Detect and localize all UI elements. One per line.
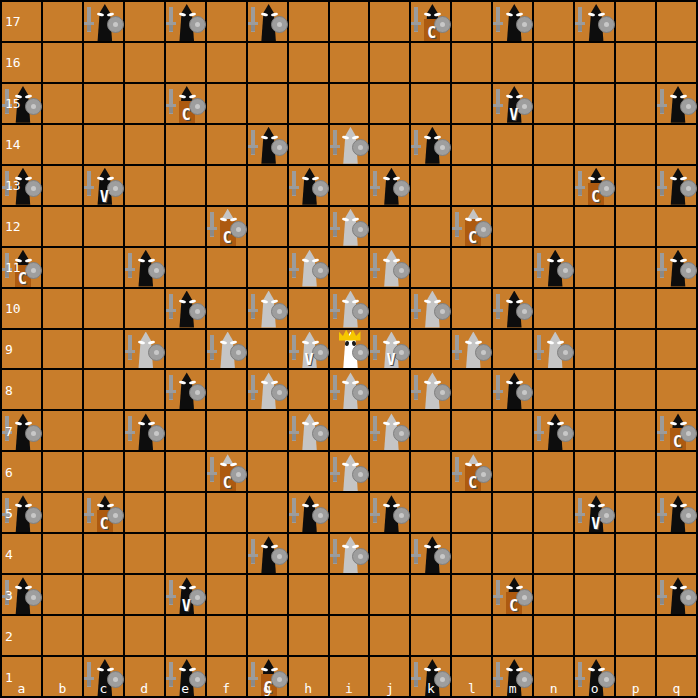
square-h13[interactable] (288, 165, 329, 206)
square-l14[interactable] (451, 124, 492, 165)
square-m11[interactable] (492, 247, 533, 288)
attacker[interactable] (289, 166, 328, 205)
square-i6[interactable] (329, 451, 370, 492)
square-k17[interactable]: C (410, 1, 451, 42)
square-o3[interactable] (574, 574, 615, 615)
square-a3[interactable]: 3 (1, 574, 42, 615)
square-f16[interactable] (206, 42, 247, 83)
square-o13[interactable]: C (574, 165, 615, 206)
square-e17[interactable] (165, 1, 206, 42)
square-p3[interactable] (615, 574, 656, 615)
square-i12[interactable] (329, 206, 370, 247)
square-f5[interactable] (206, 492, 247, 533)
square-l7[interactable] (451, 410, 492, 451)
attacker[interactable] (2, 493, 41, 532)
square-p15[interactable] (615, 83, 656, 124)
attacker[interactable] (166, 289, 205, 328)
square-j8[interactable] (369, 369, 410, 410)
attacker[interactable] (657, 493, 696, 532)
square-l8[interactable] (451, 369, 492, 410)
square-n2[interactable] (533, 615, 574, 656)
square-f4[interactable] (206, 533, 247, 574)
attacker-commander[interactable]: C (411, 2, 450, 41)
square-a13[interactable]: 13 (1, 165, 42, 206)
square-g4[interactable] (247, 533, 288, 574)
square-e12[interactable] (165, 206, 206, 247)
square-f6[interactable]: C (206, 451, 247, 492)
square-e5[interactable] (165, 492, 206, 533)
defender-commander[interactable]: C (452, 207, 491, 246)
square-b2[interactable] (42, 615, 83, 656)
square-c9[interactable] (83, 329, 124, 370)
square-o5[interactable]: V (574, 492, 615, 533)
square-e14[interactable] (165, 124, 206, 165)
square-c8[interactable] (83, 369, 124, 410)
square-p12[interactable] (615, 206, 656, 247)
square-b6[interactable] (42, 451, 83, 492)
defender-v-piece[interactable]: V (370, 330, 409, 369)
square-e1[interactable]: e (165, 656, 206, 697)
square-n13[interactable] (533, 165, 574, 206)
square-h4[interactable] (288, 533, 329, 574)
attacker[interactable] (166, 2, 205, 41)
attacker-v-piece[interactable]: V (84, 166, 123, 205)
defender[interactable] (370, 411, 409, 450)
square-d9[interactable] (124, 329, 165, 370)
defender[interactable] (330, 125, 369, 164)
attacker[interactable] (493, 657, 532, 696)
attacker[interactable] (657, 248, 696, 287)
defender[interactable] (289, 411, 328, 450)
square-l5[interactable] (451, 492, 492, 533)
square-b14[interactable] (42, 124, 83, 165)
defender[interactable] (289, 248, 328, 287)
square-q9[interactable] (656, 329, 697, 370)
square-l13[interactable] (451, 165, 492, 206)
square-h15[interactable] (288, 83, 329, 124)
square-b16[interactable] (42, 42, 83, 83)
square-q16[interactable] (656, 42, 697, 83)
square-q13[interactable] (656, 165, 697, 206)
square-m12[interactable] (492, 206, 533, 247)
square-g7[interactable] (247, 410, 288, 451)
square-f3[interactable] (206, 574, 247, 615)
square-f13[interactable] (206, 165, 247, 206)
square-l1[interactable]: l (451, 656, 492, 697)
attacker[interactable] (84, 657, 123, 696)
square-q14[interactable] (656, 124, 697, 165)
square-q3[interactable] (656, 574, 697, 615)
square-k4[interactable] (410, 533, 451, 574)
square-o17[interactable] (574, 1, 615, 42)
defender-commander[interactable]: C (452, 452, 491, 491)
square-i8[interactable] (329, 369, 370, 410)
square-q17[interactable] (656, 1, 697, 42)
square-c7[interactable] (83, 410, 124, 451)
square-h10[interactable] (288, 288, 329, 329)
attacker[interactable] (248, 534, 287, 573)
square-p1[interactable]: p (615, 656, 656, 697)
square-o15[interactable] (574, 83, 615, 124)
square-i13[interactable] (329, 165, 370, 206)
square-b13[interactable] (42, 165, 83, 206)
square-h6[interactable] (288, 451, 329, 492)
defender[interactable] (330, 534, 369, 573)
attacker[interactable] (370, 166, 409, 205)
square-c14[interactable] (83, 124, 124, 165)
square-k13[interactable] (410, 165, 451, 206)
attacker-commander[interactable]: C (493, 575, 532, 614)
square-g14[interactable] (247, 124, 288, 165)
square-j9[interactable]: V (369, 329, 410, 370)
square-f17[interactable] (206, 1, 247, 42)
square-g12[interactable] (247, 206, 288, 247)
square-p4[interactable] (615, 533, 656, 574)
square-d8[interactable] (124, 369, 165, 410)
square-e2[interactable] (165, 615, 206, 656)
square-q7[interactable]: C (656, 410, 697, 451)
square-k6[interactable] (410, 451, 451, 492)
square-h17[interactable] (288, 1, 329, 42)
square-o11[interactable] (574, 247, 615, 288)
square-h11[interactable] (288, 247, 329, 288)
square-i9[interactable] (329, 329, 370, 370)
square-g9[interactable] (247, 329, 288, 370)
square-d3[interactable] (124, 574, 165, 615)
square-p5[interactable] (615, 492, 656, 533)
attacker-commander[interactable]: C (84, 493, 123, 532)
square-j2[interactable] (369, 615, 410, 656)
attacker-commander[interactable]: C (657, 411, 696, 450)
square-m13[interactable] (492, 165, 533, 206)
square-i16[interactable] (329, 42, 370, 83)
attacker[interactable] (2, 411, 41, 450)
square-i2[interactable] (329, 615, 370, 656)
square-f10[interactable] (206, 288, 247, 329)
square-k1[interactable]: k (410, 656, 451, 697)
square-g2[interactable] (247, 615, 288, 656)
square-m6[interactable] (492, 451, 533, 492)
square-a17[interactable]: 17 (1, 1, 42, 42)
attacker[interactable] (125, 248, 164, 287)
square-e8[interactable] (165, 369, 206, 410)
square-g10[interactable] (247, 288, 288, 329)
square-h16[interactable] (288, 42, 329, 83)
square-m2[interactable] (492, 615, 533, 656)
square-n8[interactable] (533, 369, 574, 410)
attacker-v-piece[interactable]: V (166, 575, 205, 614)
square-b1[interactable]: b (42, 656, 83, 697)
square-g3[interactable] (247, 574, 288, 615)
square-p11[interactable] (615, 247, 656, 288)
square-k9[interactable] (410, 329, 451, 370)
square-g15[interactable] (247, 83, 288, 124)
attacker-commander[interactable]: C (248, 657, 287, 696)
square-e10[interactable] (165, 288, 206, 329)
square-n6[interactable] (533, 451, 574, 492)
defender[interactable] (452, 330, 491, 369)
square-p6[interactable] (615, 451, 656, 492)
square-p2[interactable] (615, 615, 656, 656)
square-m4[interactable] (492, 533, 533, 574)
square-i10[interactable] (329, 288, 370, 329)
square-n1[interactable]: n (533, 656, 574, 697)
square-c11[interactable] (83, 247, 124, 288)
square-p9[interactable] (615, 329, 656, 370)
square-l6[interactable]: C (451, 451, 492, 492)
square-f9[interactable] (206, 329, 247, 370)
square-e11[interactable] (165, 247, 206, 288)
square-f15[interactable] (206, 83, 247, 124)
square-b5[interactable] (42, 492, 83, 533)
square-e7[interactable] (165, 410, 206, 451)
square-i11[interactable] (329, 247, 370, 288)
square-n10[interactable] (533, 288, 574, 329)
square-d16[interactable] (124, 42, 165, 83)
attacker[interactable] (411, 657, 450, 696)
attacker[interactable] (84, 2, 123, 41)
square-d13[interactable] (124, 165, 165, 206)
square-e15[interactable]: C (165, 83, 206, 124)
square-q6[interactable] (656, 451, 697, 492)
square-j10[interactable] (369, 288, 410, 329)
square-j4[interactable] (369, 533, 410, 574)
square-i1[interactable]: i (329, 656, 370, 697)
square-g13[interactable] (247, 165, 288, 206)
square-p7[interactable] (615, 410, 656, 451)
square-k15[interactable] (410, 83, 451, 124)
square-k5[interactable] (410, 492, 451, 533)
square-m9[interactable] (492, 329, 533, 370)
square-p16[interactable] (615, 42, 656, 83)
square-d4[interactable] (124, 533, 165, 574)
defender[interactable] (248, 289, 287, 328)
square-o2[interactable] (574, 615, 615, 656)
attacker[interactable] (411, 534, 450, 573)
attacker[interactable] (248, 2, 287, 41)
square-k16[interactable] (410, 42, 451, 83)
attacker-v-piece[interactable]: V (493, 84, 532, 123)
square-a9[interactable]: 9 (1, 329, 42, 370)
square-g17[interactable] (247, 1, 288, 42)
square-a14[interactable]: 14 (1, 124, 42, 165)
square-d11[interactable] (124, 247, 165, 288)
defender-v-piece[interactable]: V (289, 330, 328, 369)
square-a8[interactable]: 8 (1, 369, 42, 410)
square-b9[interactable] (42, 329, 83, 370)
square-k10[interactable] (410, 288, 451, 329)
attacker[interactable] (411, 125, 450, 164)
attacker[interactable] (493, 2, 532, 41)
square-l11[interactable] (451, 247, 492, 288)
square-a12[interactable]: 12 (1, 206, 42, 247)
square-d12[interactable] (124, 206, 165, 247)
square-k12[interactable] (410, 206, 451, 247)
square-h2[interactable] (288, 615, 329, 656)
square-d7[interactable] (124, 410, 165, 451)
square-o4[interactable] (574, 533, 615, 574)
defender[interactable] (207, 330, 246, 369)
square-o12[interactable] (574, 206, 615, 247)
square-i4[interactable] (329, 533, 370, 574)
square-o7[interactable] (574, 410, 615, 451)
square-l12[interactable]: C (451, 206, 492, 247)
square-j16[interactable] (369, 42, 410, 83)
square-a15[interactable]: 15 (1, 83, 42, 124)
square-j5[interactable] (369, 492, 410, 533)
square-k8[interactable] (410, 369, 451, 410)
attacker[interactable] (657, 84, 696, 123)
square-k11[interactable] (410, 247, 451, 288)
defender[interactable] (411, 370, 450, 409)
square-h1[interactable]: h (288, 656, 329, 697)
attacker[interactable] (534, 411, 573, 450)
defender[interactable] (534, 330, 573, 369)
defender[interactable] (248, 370, 287, 409)
square-j3[interactable] (369, 574, 410, 615)
square-a1[interactable]: 1a (1, 656, 42, 697)
square-q1[interactable]: q (656, 656, 697, 697)
attacker[interactable] (289, 493, 328, 532)
square-m17[interactable] (492, 1, 533, 42)
square-n4[interactable] (533, 533, 574, 574)
square-c12[interactable] (83, 206, 124, 247)
square-l3[interactable] (451, 574, 492, 615)
square-n17[interactable] (533, 1, 574, 42)
square-o14[interactable] (574, 124, 615, 165)
square-j1[interactable]: j (369, 656, 410, 697)
square-o10[interactable] (574, 288, 615, 329)
square-l2[interactable] (451, 615, 492, 656)
square-q2[interactable] (656, 615, 697, 656)
attacker[interactable] (2, 575, 41, 614)
square-c2[interactable] (83, 615, 124, 656)
square-b3[interactable] (42, 574, 83, 615)
square-a7[interactable]: 7 (1, 410, 42, 451)
square-a11[interactable]: 11C (1, 247, 42, 288)
square-a5[interactable]: 5 (1, 492, 42, 533)
square-a10[interactable]: 10 (1, 288, 42, 329)
square-e6[interactable] (165, 451, 206, 492)
square-m5[interactable] (492, 492, 533, 533)
defender[interactable] (411, 289, 450, 328)
square-k7[interactable] (410, 410, 451, 451)
attacker[interactable] (534, 248, 573, 287)
square-c13[interactable]: V (83, 165, 124, 206)
square-n14[interactable] (533, 124, 574, 165)
square-p17[interactable] (615, 1, 656, 42)
square-d6[interactable] (124, 451, 165, 492)
square-h5[interactable] (288, 492, 329, 533)
square-d10[interactable] (124, 288, 165, 329)
attacker[interactable] (370, 493, 409, 532)
square-h14[interactable] (288, 124, 329, 165)
square-c1[interactable]: c (83, 656, 124, 697)
defender[interactable] (330, 452, 369, 491)
square-e4[interactable] (165, 533, 206, 574)
square-j6[interactable] (369, 451, 410, 492)
attacker[interactable] (657, 166, 696, 205)
square-f2[interactable] (206, 615, 247, 656)
square-q8[interactable] (656, 369, 697, 410)
square-q15[interactable] (656, 83, 697, 124)
square-d1[interactable]: d (124, 656, 165, 697)
square-b7[interactable] (42, 410, 83, 451)
square-o6[interactable] (574, 451, 615, 492)
square-e9[interactable] (165, 329, 206, 370)
square-m7[interactable] (492, 410, 533, 451)
square-k14[interactable] (410, 124, 451, 165)
square-m16[interactable] (492, 42, 533, 83)
square-a6[interactable]: 6 (1, 451, 42, 492)
square-j12[interactable] (369, 206, 410, 247)
square-g16[interactable] (247, 42, 288, 83)
square-k3[interactable] (410, 574, 451, 615)
attacker-commander[interactable]: C (166, 84, 205, 123)
square-j13[interactable] (369, 165, 410, 206)
square-c4[interactable] (83, 533, 124, 574)
attacker[interactable] (493, 370, 532, 409)
square-i7[interactable] (329, 410, 370, 451)
square-l16[interactable] (451, 42, 492, 83)
square-c3[interactable] (83, 574, 124, 615)
square-b12[interactable] (42, 206, 83, 247)
square-j14[interactable] (369, 124, 410, 165)
square-c16[interactable] (83, 42, 124, 83)
square-l17[interactable] (451, 1, 492, 42)
square-h9[interactable]: V (288, 329, 329, 370)
square-d15[interactable] (124, 83, 165, 124)
square-h8[interactable] (288, 369, 329, 410)
defender-commander[interactable]: C (207, 207, 246, 246)
square-e13[interactable] (165, 165, 206, 206)
defender[interactable] (330, 289, 369, 328)
square-q4[interactable] (656, 533, 697, 574)
square-b8[interactable] (42, 369, 83, 410)
square-i14[interactable] (329, 124, 370, 165)
square-m1[interactable]: m (492, 656, 533, 697)
attacker[interactable] (575, 2, 614, 41)
defender[interactable] (370, 248, 409, 287)
square-g11[interactable] (247, 247, 288, 288)
attacker[interactable] (575, 657, 614, 696)
attacker-commander[interactable]: C (2, 248, 41, 287)
square-b4[interactable] (42, 533, 83, 574)
square-c6[interactable] (83, 451, 124, 492)
square-o8[interactable] (574, 369, 615, 410)
square-m14[interactable] (492, 124, 533, 165)
attacker-v-piece[interactable]: V (575, 493, 614, 532)
square-f8[interactable] (206, 369, 247, 410)
defender[interactable] (330, 370, 369, 409)
square-d5[interactable] (124, 492, 165, 533)
square-b10[interactable] (42, 288, 83, 329)
attacker[interactable] (2, 84, 41, 123)
square-m8[interactable] (492, 369, 533, 410)
square-q11[interactable] (656, 247, 697, 288)
square-n7[interactable] (533, 410, 574, 451)
square-m3[interactable]: C (492, 574, 533, 615)
defender[interactable] (125, 330, 164, 369)
square-g6[interactable] (247, 451, 288, 492)
square-n15[interactable] (533, 83, 574, 124)
square-p10[interactable] (615, 288, 656, 329)
attacker-commander[interactable]: C (575, 166, 614, 205)
attacker[interactable] (493, 289, 532, 328)
attacker[interactable] (125, 411, 164, 450)
square-m10[interactable] (492, 288, 533, 329)
square-l10[interactable] (451, 288, 492, 329)
